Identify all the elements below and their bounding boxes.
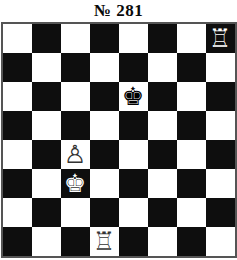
white-rook: ♖ [93,227,115,256]
square-e6[interactable]: ♚ [119,82,148,111]
square-f7[interactable] [148,53,177,82]
square-e5[interactable] [119,111,148,140]
square-d5[interactable] [90,111,119,140]
square-d8[interactable] [90,24,119,53]
puzzle-page: № 281 ♖♚♙♚♖ [0,0,237,260]
square-f1[interactable] [148,227,177,256]
square-e1[interactable] [119,227,148,256]
puzzle-number: № 281 [0,0,237,22]
square-a3[interactable] [3,169,32,198]
square-h6[interactable] [206,82,235,111]
square-d4[interactable] [90,140,119,169]
square-b1[interactable] [32,227,61,256]
square-e8[interactable] [119,24,148,53]
square-a6[interactable] [3,82,32,111]
square-d1[interactable]: ♖ [90,227,119,256]
white-rook: ♖ [209,24,231,53]
square-d3[interactable] [90,169,119,198]
square-f8[interactable] [148,24,177,53]
square-g5[interactable] [177,111,206,140]
square-c7[interactable] [61,53,90,82]
square-e7[interactable] [119,53,148,82]
square-e4[interactable] [119,140,148,169]
square-b5[interactable] [32,111,61,140]
square-g2[interactable] [177,198,206,227]
square-a5[interactable] [3,111,32,140]
square-b7[interactable] [32,53,61,82]
square-f2[interactable] [148,198,177,227]
square-g1[interactable] [177,227,206,256]
square-c8[interactable] [61,24,90,53]
square-h1[interactable] [206,227,235,256]
square-d2[interactable] [90,198,119,227]
square-a8[interactable] [3,24,32,53]
square-c6[interactable] [61,82,90,111]
square-c1[interactable] [61,227,90,256]
square-f5[interactable] [148,111,177,140]
square-c4[interactable]: ♙ [61,140,90,169]
square-h3[interactable] [206,169,235,198]
square-g8[interactable] [177,24,206,53]
square-b4[interactable] [32,140,61,169]
square-f6[interactable] [148,82,177,111]
square-h5[interactable] [206,111,235,140]
chess-board: ♖♚♙♚♖ [1,22,237,258]
white-pawn: ♙ [64,140,86,169]
square-g7[interactable] [177,53,206,82]
square-f3[interactable] [148,169,177,198]
square-c3[interactable]: ♚ [61,169,90,198]
white-king: ♚ [64,169,86,198]
square-a1[interactable] [3,227,32,256]
square-c2[interactable] [61,198,90,227]
square-h8[interactable]: ♖ [206,24,235,53]
square-e2[interactable] [119,198,148,227]
square-b2[interactable] [32,198,61,227]
square-a7[interactable] [3,53,32,82]
square-b8[interactable] [32,24,61,53]
black-king: ♚ [122,82,144,111]
square-b3[interactable] [32,169,61,198]
square-a2[interactable] [3,198,32,227]
square-h2[interactable] [206,198,235,227]
square-f4[interactable] [148,140,177,169]
square-a4[interactable] [3,140,32,169]
square-g6[interactable] [177,82,206,111]
square-h7[interactable] [206,53,235,82]
square-d6[interactable] [90,82,119,111]
square-h4[interactable] [206,140,235,169]
square-e3[interactable] [119,169,148,198]
square-d7[interactable] [90,53,119,82]
square-g3[interactable] [177,169,206,198]
square-c5[interactable] [61,111,90,140]
square-g4[interactable] [177,140,206,169]
square-b6[interactable] [32,82,61,111]
